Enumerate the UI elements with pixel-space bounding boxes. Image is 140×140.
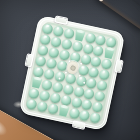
tray-surface [24, 21, 119, 125]
ball-mold [90, 111, 102, 123]
latch-right [114, 59, 124, 73]
scene-background [0, 0, 140, 140]
latch-left [24, 53, 34, 67]
mold-box [19, 15, 126, 131]
ball-grid [26, 22, 118, 124]
mold-cell [89, 111, 102, 124]
